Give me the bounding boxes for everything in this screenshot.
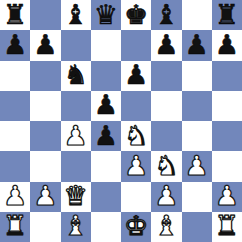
square-g7[interactable]: ♟ xyxy=(182,30,212,60)
square-a6[interactable] xyxy=(0,61,30,91)
square-c6[interactable]: ♞ xyxy=(61,61,91,91)
square-a1[interactable]: ♜ xyxy=(0,212,30,242)
square-f7[interactable]: ♟ xyxy=(151,30,181,60)
piece-black-pawn-e6[interactable]: ♟ xyxy=(124,61,148,88)
chessboard: ♜♝♛♚♝♜♟♟♟♟♟♞♟♟♟♟♞♟♞♟♟♟♛♟♟♜♝♚♝♜ xyxy=(0,0,242,242)
square-a3[interactable] xyxy=(0,151,30,181)
square-b8[interactable] xyxy=(30,0,60,30)
piece-white-pawn-c4[interactable]: ♟ xyxy=(64,122,88,149)
square-f4[interactable] xyxy=(151,121,181,151)
square-e7[interactable] xyxy=(121,30,151,60)
piece-black-rook-a8[interactable]: ♜ xyxy=(3,1,27,28)
square-a7[interactable]: ♟ xyxy=(0,30,30,60)
piece-white-knight-e4[interactable]: ♞ xyxy=(124,122,148,149)
square-c5[interactable] xyxy=(61,91,91,121)
square-h2[interactable]: ♟ xyxy=(212,182,242,212)
square-f2[interactable]: ♟ xyxy=(151,182,181,212)
square-h3[interactable] xyxy=(212,151,242,181)
square-h6[interactable] xyxy=(212,61,242,91)
piece-black-queen-d8[interactable]: ♛ xyxy=(94,1,118,28)
square-c3[interactable] xyxy=(61,151,91,181)
square-a8[interactable]: ♜ xyxy=(0,0,30,30)
square-h5[interactable] xyxy=(212,91,242,121)
square-b6[interactable] xyxy=(30,61,60,91)
square-f6[interactable] xyxy=(151,61,181,91)
square-g3[interactable]: ♟ xyxy=(182,151,212,181)
square-e3[interactable]: ♟ xyxy=(121,151,151,181)
piece-black-king-e8[interactable]: ♚ xyxy=(124,1,148,28)
square-f1[interactable]: ♝ xyxy=(151,212,181,242)
piece-black-pawn-g7[interactable]: ♟ xyxy=(185,31,209,58)
piece-white-bishop-f1[interactable]: ♝ xyxy=(154,212,178,239)
square-a5[interactable] xyxy=(0,91,30,121)
square-e8[interactable]: ♚ xyxy=(121,0,151,30)
square-c7[interactable] xyxy=(61,30,91,60)
piece-white-pawn-g3[interactable]: ♟ xyxy=(185,152,209,179)
square-f3[interactable]: ♞ xyxy=(151,151,181,181)
square-e5[interactable] xyxy=(121,91,151,121)
square-d6[interactable] xyxy=(91,61,121,91)
square-c2[interactable]: ♛ xyxy=(61,182,91,212)
square-e1[interactable]: ♚ xyxy=(121,212,151,242)
square-b1[interactable] xyxy=(30,212,60,242)
piece-white-rook-h1[interactable]: ♜ xyxy=(215,212,239,239)
square-e2[interactable] xyxy=(121,182,151,212)
square-d3[interactable] xyxy=(91,151,121,181)
square-b2[interactable]: ♟ xyxy=(30,182,60,212)
square-a4[interactable] xyxy=(0,121,30,151)
piece-white-pawn-f2[interactable]: ♟ xyxy=(154,182,178,209)
piece-black-pawn-d4[interactable]: ♟ xyxy=(94,122,118,149)
piece-black-bishop-c8[interactable]: ♝ xyxy=(64,1,88,28)
piece-white-queen-c2[interactable]: ♛ xyxy=(64,182,88,209)
square-f5[interactable] xyxy=(151,91,181,121)
square-d7[interactable] xyxy=(91,30,121,60)
piece-white-bishop-c1[interactable]: ♝ xyxy=(64,212,88,239)
piece-white-pawn-a2[interactable]: ♟ xyxy=(3,182,27,209)
square-h1[interactable]: ♜ xyxy=(212,212,242,242)
square-b3[interactable] xyxy=(30,151,60,181)
square-g8[interactable] xyxy=(182,0,212,30)
square-g1[interactable] xyxy=(182,212,212,242)
square-e6[interactable]: ♟ xyxy=(121,61,151,91)
square-d2[interactable] xyxy=(91,182,121,212)
piece-black-pawn-f7[interactable]: ♟ xyxy=(154,31,178,58)
square-c8[interactable]: ♝ xyxy=(61,0,91,30)
square-g4[interactable] xyxy=(182,121,212,151)
piece-black-bishop-f8[interactable]: ♝ xyxy=(154,1,178,28)
square-g6[interactable] xyxy=(182,61,212,91)
piece-black-pawn-h7[interactable]: ♟ xyxy=(215,31,239,58)
square-e4[interactable]: ♞ xyxy=(121,121,151,151)
square-g2[interactable] xyxy=(182,182,212,212)
square-d4[interactable]: ♟ xyxy=(91,121,121,151)
piece-black-rook-h8[interactable]: ♜ xyxy=(215,1,239,28)
square-c4[interactable]: ♟ xyxy=(61,121,91,151)
piece-white-king-e1[interactable]: ♚ xyxy=(124,212,148,239)
square-b4[interactable] xyxy=(30,121,60,151)
square-c1[interactable]: ♝ xyxy=(61,212,91,242)
square-d1[interactable] xyxy=(91,212,121,242)
piece-white-rook-a1[interactable]: ♜ xyxy=(3,212,27,239)
square-b7[interactable]: ♟ xyxy=(30,30,60,60)
square-h7[interactable]: ♟ xyxy=(212,30,242,60)
square-d8[interactable]: ♛ xyxy=(91,0,121,30)
square-h8[interactable]: ♜ xyxy=(212,0,242,30)
piece-black-knight-c6[interactable]: ♞ xyxy=(64,61,88,88)
square-h4[interactable] xyxy=(212,121,242,151)
square-f8[interactable]: ♝ xyxy=(151,0,181,30)
square-b5[interactable] xyxy=(30,91,60,121)
square-g5[interactable] xyxy=(182,91,212,121)
piece-black-pawn-b7[interactable]: ♟ xyxy=(33,31,57,58)
square-a2[interactable]: ♟ xyxy=(0,182,30,212)
piece-white-pawn-e3[interactable]: ♟ xyxy=(124,152,148,179)
piece-black-pawn-d5[interactable]: ♟ xyxy=(94,91,118,118)
piece-white-pawn-b2[interactable]: ♟ xyxy=(33,182,57,209)
piece-white-pawn-h2[interactable]: ♟ xyxy=(215,182,239,209)
piece-black-pawn-a7[interactable]: ♟ xyxy=(3,31,27,58)
piece-white-knight-f3[interactable]: ♞ xyxy=(154,152,178,179)
square-d5[interactable]: ♟ xyxy=(91,91,121,121)
